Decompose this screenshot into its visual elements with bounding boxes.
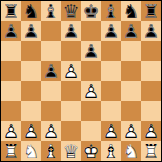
- square-f2[interactable]: ♟♙: [101, 121, 121, 141]
- white-pawn-outline-icon: ♙: [81, 81, 101, 101]
- square-f7[interactable]: ♟♙: [101, 21, 121, 41]
- square-c3[interactable]: [41, 101, 61, 121]
- square-f6[interactable]: [101, 41, 121, 61]
- square-f4[interactable]: [101, 81, 121, 101]
- black-pawn-outline-icon: ♙: [61, 21, 81, 41]
- black-knight-outline-icon: ♘: [121, 1, 141, 21]
- white-pawn-outline-icon: ♙: [121, 121, 141, 141]
- white-rook-outline-icon: ♖: [141, 141, 161, 161]
- black-queen[interactable]: ♛♕: [61, 1, 81, 21]
- square-c7[interactable]: [41, 21, 61, 41]
- black-queen-outline-icon: ♕: [61, 1, 81, 21]
- black-bishop[interactable]: ♝♗: [41, 1, 61, 21]
- square-h2[interactable]: ♟♙: [141, 121, 161, 141]
- white-pawn-outline-icon: ♙: [141, 121, 161, 141]
- white-pawn[interactable]: ♟♙: [121, 121, 141, 141]
- black-pawn[interactable]: ♟♙: [121, 21, 141, 41]
- square-e5[interactable]: [81, 61, 101, 81]
- black-rook[interactable]: ♜♖: [1, 1, 21, 21]
- square-b8[interactable]: ♞♘: [21, 1, 41, 21]
- square-a4[interactable]: [1, 81, 21, 101]
- black-knight[interactable]: ♞♘: [21, 1, 41, 21]
- square-e6[interactable]: ♟♙: [81, 41, 101, 61]
- square-g3[interactable]: [121, 101, 141, 121]
- black-pawn[interactable]: ♟♙: [141, 21, 161, 41]
- square-b1[interactable]: ♞♘: [21, 141, 41, 161]
- square-e2[interactable]: [81, 121, 101, 141]
- white-rook[interactable]: ♜♖: [1, 141, 21, 161]
- square-f1[interactable]: ♝♗: [101, 141, 121, 161]
- white-rook-outline-icon: ♖: [1, 141, 21, 161]
- white-king[interactable]: ♚♔: [81, 141, 101, 161]
- square-c4[interactable]: [41, 81, 61, 101]
- black-knight-outline-icon: ♘: [21, 1, 41, 21]
- white-pawn[interactable]: ♟♙: [1, 121, 21, 141]
- black-pawn[interactable]: ♟♙: [61, 21, 81, 41]
- chess-board: ♜♖♞♘♝♗♛♕♚♔♝♗♞♘♜♖♟♙♟♙♟♙♟♙♟♙♟♙♟♙♟♙♟♙♟♙♟♙♟♙…: [0, 0, 162, 162]
- white-king-outline-icon: ♔: [81, 141, 101, 161]
- square-d1[interactable]: ♛♕: [61, 141, 81, 161]
- square-a7[interactable]: ♟♙: [1, 21, 21, 41]
- square-a1[interactable]: ♜♖: [1, 141, 21, 161]
- white-rook[interactable]: ♜♖: [141, 141, 161, 161]
- white-queen[interactable]: ♛♕: [61, 141, 81, 161]
- square-g4[interactable]: [121, 81, 141, 101]
- black-king-outline-icon: ♔: [81, 1, 101, 21]
- square-g7[interactable]: ♟♙: [121, 21, 141, 41]
- black-rook-outline-icon: ♖: [141, 1, 161, 21]
- black-pawn[interactable]: ♟♙: [21, 21, 41, 41]
- black-pawn-outline-icon: ♙: [81, 41, 101, 61]
- square-a8[interactable]: ♜♖: [1, 1, 21, 21]
- square-d5[interactable]: ♟♙: [61, 61, 81, 81]
- white-pawn[interactable]: ♟♙: [81, 81, 101, 101]
- square-e7[interactable]: [81, 21, 101, 41]
- square-d2[interactable]: [61, 121, 81, 141]
- square-f5[interactable]: [101, 61, 121, 81]
- black-pawn-outline-icon: ♙: [121, 21, 141, 41]
- square-b3[interactable]: [21, 101, 41, 121]
- square-c5[interactable]: ♟♙: [41, 61, 61, 81]
- white-knight-outline-icon: ♘: [121, 141, 141, 161]
- square-f8[interactable]: ♝♗: [101, 1, 121, 21]
- square-e8[interactable]: ♚♔: [81, 1, 101, 21]
- square-a6[interactable]: [1, 41, 21, 61]
- square-g8[interactable]: ♞♘: [121, 1, 141, 21]
- white-pawn[interactable]: ♟♙: [21, 121, 41, 141]
- square-d3[interactable]: [61, 101, 81, 121]
- black-bishop-outline-icon: ♗: [41, 1, 61, 21]
- square-g5[interactable]: [121, 61, 141, 81]
- black-pawn[interactable]: ♟♙: [41, 61, 61, 81]
- white-knight[interactable]: ♞♘: [21, 141, 41, 161]
- black-rook[interactable]: ♜♖: [141, 1, 161, 21]
- square-a3[interactable]: [1, 101, 21, 121]
- black-pawn-outline-icon: ♙: [1, 21, 21, 41]
- white-pawn-outline-icon: ♙: [61, 61, 81, 81]
- black-pawn[interactable]: ♟♙: [101, 21, 121, 41]
- square-d7[interactable]: ♟♙: [61, 21, 81, 41]
- white-pawn-outline-icon: ♙: [1, 121, 21, 141]
- white-pawn[interactable]: ♟♙: [41, 121, 61, 141]
- white-bishop[interactable]: ♝♗: [101, 141, 121, 161]
- square-g2[interactable]: ♟♙: [121, 121, 141, 141]
- square-h3[interactable]: [141, 101, 161, 121]
- square-b7[interactable]: ♟♙: [21, 21, 41, 41]
- white-pawn[interactable]: ♟♙: [101, 121, 121, 141]
- square-f3[interactable]: [101, 101, 121, 121]
- square-d4[interactable]: [61, 81, 81, 101]
- white-pawn[interactable]: ♟♙: [141, 121, 161, 141]
- white-pawn[interactable]: ♟♙: [61, 61, 81, 81]
- square-b2[interactable]: ♟♙: [21, 121, 41, 141]
- square-a5[interactable]: [1, 61, 21, 81]
- white-pawn-outline-icon: ♙: [101, 121, 121, 141]
- square-g1[interactable]: ♞♘: [121, 141, 141, 161]
- black-knight[interactable]: ♞♘: [121, 1, 141, 21]
- square-h1[interactable]: ♜♖: [141, 141, 161, 161]
- square-b4[interactable]: [21, 81, 41, 101]
- white-knight-outline-icon: ♘: [21, 141, 41, 161]
- square-d8[interactable]: ♛♕: [61, 1, 81, 21]
- square-c2[interactable]: ♟♙: [41, 121, 61, 141]
- white-bishop[interactable]: ♝♗: [41, 141, 61, 161]
- black-bishop-outline-icon: ♗: [101, 1, 121, 21]
- white-queen-outline-icon: ♕: [61, 141, 81, 161]
- square-d6[interactable]: [61, 41, 81, 61]
- square-h6[interactable]: [141, 41, 161, 61]
- white-bishop-outline-icon: ♗: [41, 141, 61, 161]
- square-h7[interactable]: ♟♙: [141, 21, 161, 41]
- square-g6[interactable]: [121, 41, 141, 61]
- black-bishop[interactable]: ♝♗: [101, 1, 121, 21]
- black-pawn[interactable]: ♟♙: [1, 21, 21, 41]
- square-c6[interactable]: [41, 41, 61, 61]
- square-h4[interactable]: [141, 81, 161, 101]
- white-knight[interactable]: ♞♘: [121, 141, 141, 161]
- square-e3[interactable]: [81, 101, 101, 121]
- square-e4[interactable]: ♟♙: [81, 81, 101, 101]
- square-a2[interactable]: ♟♙: [1, 121, 21, 141]
- white-pawn-outline-icon: ♙: [21, 121, 41, 141]
- white-pawn-outline-icon: ♙: [41, 121, 61, 141]
- square-c1[interactable]: ♝♗: [41, 141, 61, 161]
- black-king[interactable]: ♚♔: [81, 1, 101, 21]
- square-b5[interactable]: [21, 61, 41, 81]
- black-pawn-outline-icon: ♙: [141, 21, 161, 41]
- black-pawn-outline-icon: ♙: [101, 21, 121, 41]
- square-h5[interactable]: [141, 61, 161, 81]
- square-c8[interactable]: ♝♗: [41, 1, 61, 21]
- square-h8[interactable]: ♜♖: [141, 1, 161, 21]
- black-pawn[interactable]: ♟♙: [81, 41, 101, 61]
- black-pawn-outline-icon: ♙: [21, 21, 41, 41]
- black-pawn-outline-icon: ♙: [41, 61, 61, 81]
- white-bishop-outline-icon: ♗: [101, 141, 121, 161]
- black-rook-outline-icon: ♖: [1, 1, 21, 21]
- square-e1[interactable]: ♚♔: [81, 141, 101, 161]
- square-b6[interactable]: [21, 41, 41, 61]
